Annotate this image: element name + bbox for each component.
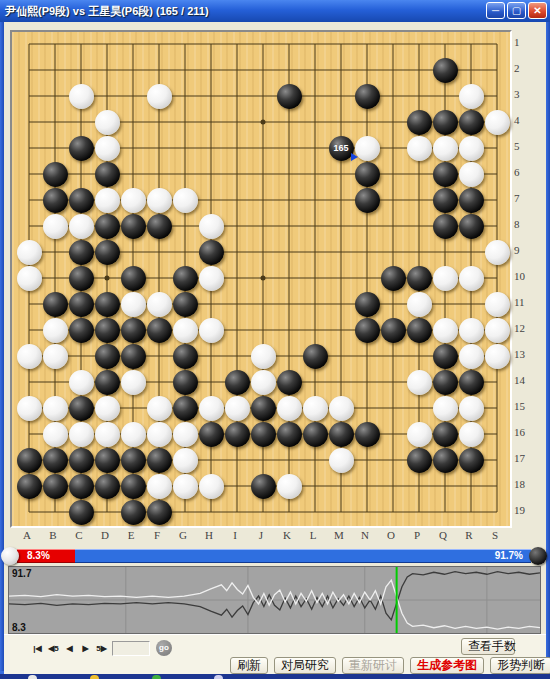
restudy-button[interactable]: 重新研讨 xyxy=(342,657,404,674)
black-stone-C18 xyxy=(69,474,94,499)
game-research-button[interactable]: 对局研究 xyxy=(274,657,336,674)
white-stone-H15 xyxy=(199,396,224,421)
go-board[interactable]: 165 xyxy=(10,30,512,528)
black-stone-D14 xyxy=(95,370,120,395)
row-label-18: 18 xyxy=(514,478,536,490)
white-stone-C8 xyxy=(69,214,94,239)
white-stone-F7 xyxy=(147,188,172,213)
black-stone-Q14 xyxy=(433,370,458,395)
white-stone-D4 xyxy=(95,110,120,135)
black-stone-C17 xyxy=(69,448,94,473)
column-label-L: L xyxy=(303,529,323,541)
white-stone-N5 xyxy=(355,136,380,161)
white-stone-R5 xyxy=(459,136,484,161)
white-stone-M15 xyxy=(329,396,354,421)
white-stone-H12 xyxy=(199,318,224,343)
taskbar-strip[interactable] xyxy=(0,674,550,679)
white-stone-Q5 xyxy=(433,136,458,161)
white-stone-F15 xyxy=(147,396,172,421)
black-stone-K16 xyxy=(277,422,302,447)
black-stone-C9 xyxy=(69,240,94,265)
black-stone-L16 xyxy=(303,422,328,447)
last-move-marker-icon xyxy=(351,153,358,161)
white-stone-A13 xyxy=(17,344,42,369)
white-stone-C14 xyxy=(69,370,94,395)
black-stone-E8 xyxy=(121,214,146,239)
taskbar-icon[interactable] xyxy=(90,675,99,679)
column-label-M: M xyxy=(329,529,349,541)
row-label-4: 4 xyxy=(514,114,536,126)
black-stone-D6 xyxy=(95,162,120,187)
black-stone-G14 xyxy=(173,370,198,395)
black-stone-C19 xyxy=(69,500,94,525)
generate-reference-button[interactable]: 生成参考图 xyxy=(410,657,484,674)
black-stone-N6 xyxy=(355,162,380,187)
white-stone-M17 xyxy=(329,448,354,473)
black-stone-E17 xyxy=(121,448,146,473)
column-label-Q: Q xyxy=(433,529,453,541)
graph-max-label: 91.7 xyxy=(12,568,31,579)
column-label-H: H xyxy=(199,529,219,541)
black-stone-B17 xyxy=(43,448,68,473)
nav-button-4[interactable]: 5▶ xyxy=(94,642,109,655)
white-stone-H18 xyxy=(199,474,224,499)
black-stone-B18 xyxy=(43,474,68,499)
column-label-A: A xyxy=(17,529,37,541)
minimize-button[interactable]: ─ xyxy=(486,2,505,19)
maximize-button[interactable]: ▢ xyxy=(507,2,526,19)
black-stone-H9 xyxy=(199,240,224,265)
black-stone-E12 xyxy=(121,318,146,343)
winrate-history-graph[interactable]: 91.7 8.3 xyxy=(8,566,541,634)
black-stone-D18 xyxy=(95,474,120,499)
white-stone-G16 xyxy=(173,422,198,447)
row-label-8: 8 xyxy=(514,218,536,230)
black-stone-F17 xyxy=(147,448,172,473)
white-stone-P14 xyxy=(407,370,432,395)
white-stone-K15 xyxy=(277,396,302,421)
row-label-15: 15 xyxy=(514,400,536,412)
white-stone-H8 xyxy=(199,214,224,239)
black-stone-Q7 xyxy=(433,188,458,213)
black-stone-Q16 xyxy=(433,422,458,447)
black-stone-H16 xyxy=(199,422,224,447)
white-stone-K18 xyxy=(277,474,302,499)
black-stone-G13 xyxy=(173,344,198,369)
column-label-I: I xyxy=(225,529,245,541)
row-label-14: 14 xyxy=(514,374,536,386)
black-stone-N12 xyxy=(355,318,380,343)
black-stone-B6 xyxy=(43,162,68,187)
black-stone-R4 xyxy=(459,110,484,135)
white-stone-J13 xyxy=(251,344,276,369)
white-stone-Q15 xyxy=(433,396,458,421)
white-stone-P11 xyxy=(407,292,432,317)
column-label-K: K xyxy=(277,529,297,541)
black-stone-J16 xyxy=(251,422,276,447)
black-stone-M5: 165 xyxy=(329,136,354,161)
black-stone-E10 xyxy=(121,266,146,291)
black-stone-A17 xyxy=(17,448,42,473)
row-label-19: 19 xyxy=(514,504,536,516)
nav-button-1[interactable]: ◀5 xyxy=(46,642,61,655)
white-stone-G7 xyxy=(173,188,198,213)
black-stone-M16 xyxy=(329,422,354,447)
go-button[interactable]: go xyxy=(156,640,172,656)
white-stone-A10 xyxy=(17,266,42,291)
white-stone-F3 xyxy=(147,84,172,109)
white-stone-E14 xyxy=(121,370,146,395)
black-stone-L13 xyxy=(303,344,328,369)
white-stone-G17 xyxy=(173,448,198,473)
white-stone-R10 xyxy=(459,266,484,291)
black-stone-Q8 xyxy=(433,214,458,239)
nav-button-3[interactable]: ▶ xyxy=(78,642,93,655)
black-stone-C5 xyxy=(69,136,94,161)
white-stone-D16 xyxy=(95,422,120,447)
column-label-B: B xyxy=(43,529,63,541)
nav-button-0[interactable]: |◀ xyxy=(30,642,45,655)
white-stone-P5 xyxy=(407,136,432,161)
row-label-12: 12 xyxy=(514,322,536,334)
window-border-left xyxy=(0,22,4,675)
black-stone-B11 xyxy=(43,292,68,317)
taskbar-icon[interactable] xyxy=(28,675,37,679)
column-label-G: G xyxy=(173,529,193,541)
title-bar[interactable]: 尹仙熙(P9段) vs 王星昊(P6段) (165 / 211) ─ ▢ ✕ xyxy=(0,0,550,22)
column-coordinate-labels: ABCDEFGHIJKLMNOPQRS xyxy=(10,529,512,545)
white-stone-E7 xyxy=(121,188,146,213)
black-stone-K3 xyxy=(277,84,302,109)
white-stone-B12 xyxy=(43,318,68,343)
black-stone-J15 xyxy=(251,396,276,421)
black-stone-R17 xyxy=(459,448,484,473)
column-label-R: R xyxy=(459,529,479,541)
white-stone-H10 xyxy=(199,266,224,291)
white-stone-R3 xyxy=(459,84,484,109)
black-stone-P17 xyxy=(407,448,432,473)
column-label-S: S xyxy=(485,529,505,541)
white-stone-P16 xyxy=(407,422,432,447)
row-label-6: 6 xyxy=(514,166,536,178)
black-stone-F12 xyxy=(147,318,172,343)
black-stone-Q2 xyxy=(433,58,458,83)
column-label-E: E xyxy=(121,529,141,541)
column-label-O: O xyxy=(381,529,401,541)
refresh-button[interactable]: 刷新 xyxy=(230,657,268,674)
black-stone-O10 xyxy=(381,266,406,291)
white-stone-R15 xyxy=(459,396,484,421)
black-stone-R7 xyxy=(459,188,484,213)
white-stone-D15 xyxy=(95,396,120,421)
white-stone-B15 xyxy=(43,396,68,421)
white-winrate-segment: 8.3% xyxy=(17,549,75,563)
black-stone-C7 xyxy=(69,188,94,213)
black-stone-G15 xyxy=(173,396,198,421)
view-moves-button[interactable]: 查看手数 xyxy=(461,638,515,655)
white-stone-G12 xyxy=(173,318,198,343)
white-stone-R6 xyxy=(459,162,484,187)
white-stone-A9 xyxy=(17,240,42,265)
column-label-P: P xyxy=(407,529,427,541)
white-stone-D7 xyxy=(95,188,120,213)
row-label-10: 10 xyxy=(514,270,536,282)
close-button[interactable]: ✕ xyxy=(528,2,547,19)
white-stone-D5 xyxy=(95,136,120,161)
window-controls: ─ ▢ ✕ xyxy=(486,2,547,19)
black-stone-C15 xyxy=(69,396,94,421)
white-stone-B8 xyxy=(43,214,68,239)
white-stone-R12 xyxy=(459,318,484,343)
black-stone-icon xyxy=(529,547,547,565)
column-label-D: D xyxy=(95,529,115,541)
black-stone-N3 xyxy=(355,84,380,109)
row-label-3: 3 xyxy=(514,88,536,100)
white-stone-F11 xyxy=(147,292,172,317)
black-stone-A18 xyxy=(17,474,42,499)
white-stone-S9 xyxy=(485,240,510,265)
row-label-5: 5 xyxy=(514,140,536,152)
black-stone-N16 xyxy=(355,422,380,447)
black-stone-E13 xyxy=(121,344,146,369)
black-stone-P10 xyxy=(407,266,432,291)
black-stone-O12 xyxy=(381,318,406,343)
taskbar-icon[interactable] xyxy=(152,675,161,679)
window-border-right xyxy=(546,22,550,675)
white-stone-B13 xyxy=(43,344,68,369)
white-stone-B16 xyxy=(43,422,68,447)
white-stone-Q12 xyxy=(433,318,458,343)
black-stone-D13 xyxy=(95,344,120,369)
white-stone-S13 xyxy=(485,344,510,369)
black-stone-E18 xyxy=(121,474,146,499)
row-coordinate-labels: 12345678910111213141516171819 xyxy=(514,30,540,528)
white-stone-R13 xyxy=(459,344,484,369)
control-panel: |◀◀5◀▶5▶▶| go 查看手数 刷新 对局研究 重新研讨 生成参考图 形势… xyxy=(4,634,546,674)
black-stone-I16 xyxy=(225,422,250,447)
white-stone-F16 xyxy=(147,422,172,447)
black-stone-N7 xyxy=(355,188,380,213)
white-stone-R16 xyxy=(459,422,484,447)
black-stone-D12 xyxy=(95,318,120,343)
black-stone-E19 xyxy=(121,500,146,525)
column-label-C: C xyxy=(69,529,89,541)
white-stone-I15 xyxy=(225,396,250,421)
winrate-bar: 8.3% 91.7% xyxy=(1,547,547,564)
winrate-curves xyxy=(9,567,540,633)
black-stone-D11 xyxy=(95,292,120,317)
column-label-J: J xyxy=(251,529,271,541)
black-stone-R8 xyxy=(459,214,484,239)
white-stone-E11 xyxy=(121,292,146,317)
column-label-N: N xyxy=(355,529,375,541)
black-stone-P4 xyxy=(407,110,432,135)
black-winrate-segment: 91.7% xyxy=(75,549,531,563)
column-label-F: F xyxy=(147,529,167,541)
white-stone-S4 xyxy=(485,110,510,135)
row-label-16: 16 xyxy=(514,426,536,438)
black-stone-Q17 xyxy=(433,448,458,473)
white-stone-F18 xyxy=(147,474,172,499)
black-stone-G10 xyxy=(173,266,198,291)
white-stone-Q10 xyxy=(433,266,458,291)
black-stone-N11 xyxy=(355,292,380,317)
row-label-7: 7 xyxy=(514,192,536,204)
application-window: 尹仙熙(P9段) vs 王星昊(P6段) (165 / 211) ─ ▢ ✕ 1… xyxy=(0,0,550,679)
window-title: 尹仙熙(P9段) vs 王星昊(P6段) (165 / 211) xyxy=(5,4,209,19)
black-stone-D17 xyxy=(95,448,120,473)
white-stone-G18 xyxy=(173,474,198,499)
nav-button-2[interactable]: ◀ xyxy=(62,642,77,655)
position-judgment-button[interactable]: 形势判断 xyxy=(490,657,550,674)
black-stone-C12 xyxy=(69,318,94,343)
white-stone-C16 xyxy=(69,422,94,447)
row-label-9: 9 xyxy=(514,244,536,256)
black-stone-C10 xyxy=(69,266,94,291)
black-stone-Q6 xyxy=(433,162,458,187)
black-stone-R14 xyxy=(459,370,484,395)
taskbar-icon[interactable] xyxy=(214,675,223,679)
black-stone-J18 xyxy=(251,474,276,499)
black-stone-K14 xyxy=(277,370,302,395)
row-label-11: 11 xyxy=(514,296,536,308)
white-stone-E16 xyxy=(121,422,146,447)
black-stone-G11 xyxy=(173,292,198,317)
black-stone-Q4 xyxy=(433,110,458,135)
row-label-17: 17 xyxy=(514,452,536,464)
white-stone-S12 xyxy=(485,318,510,343)
white-stone-S11 xyxy=(485,292,510,317)
black-stone-P12 xyxy=(407,318,432,343)
black-stone-Q13 xyxy=(433,344,458,369)
black-stone-F8 xyxy=(147,214,172,239)
row-label-13: 13 xyxy=(514,348,536,360)
row-label-2: 2 xyxy=(514,62,536,74)
white-stone-C3 xyxy=(69,84,94,109)
row-label-1: 1 xyxy=(514,36,536,48)
black-stone-F19 xyxy=(147,500,172,525)
white-stone-icon xyxy=(1,547,19,565)
black-stone-C11 xyxy=(69,292,94,317)
black-stone-I14 xyxy=(225,370,250,395)
black-stone-B7 xyxy=(43,188,68,213)
white-stone-J14 xyxy=(251,370,276,395)
last-move-number: 165 xyxy=(329,136,354,161)
graph-min-label: 8.3 xyxy=(12,622,26,633)
move-number-input[interactable] xyxy=(112,641,150,656)
white-stone-A15 xyxy=(17,396,42,421)
action-buttons-row: 刷新 对局研究 重新研讨 生成参考图 形势判断 关闭 xyxy=(230,657,550,674)
black-stone-D9 xyxy=(95,240,120,265)
black-stone-D8 xyxy=(95,214,120,239)
white-stone-L15 xyxy=(303,396,328,421)
